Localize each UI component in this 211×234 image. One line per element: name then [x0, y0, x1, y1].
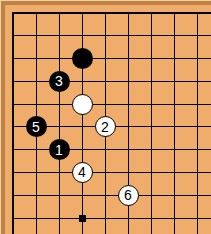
stone-white-D15[interactable] [72, 94, 93, 115]
grid-hline-5 [12, 104, 211, 105]
grid-hline-3 [12, 58, 211, 59]
grid-hline-8 [12, 172, 211, 173]
stone-white-D12-move-4[interactable]: 4 [72, 162, 93, 183]
stone-white-E14-move-2[interactable]: 2 [95, 116, 116, 137]
grid-vline-3 [59, 12, 60, 234]
board-frame-left-highlight [0, 0, 1, 234]
grid-hline-9 [12, 195, 211, 196]
board-frame-top-highlight [0, 0, 211, 1]
grid-hline-10 [12, 218, 211, 219]
grid-hline-4 [12, 81, 211, 82]
grid-hline-7 [12, 149, 211, 150]
grid-vline-8 [174, 12, 175, 234]
grid-vline-7 [151, 12, 152, 234]
grid-hline-1 [12, 12, 211, 14]
grid-vline-1 [12, 12, 14, 234]
go-board[interactable]: 325146 [0, 0, 211, 234]
stone-black-C16-move-3[interactable]: 3 [49, 71, 70, 92]
stone-black-B14-move-5[interactable]: 5 [26, 116, 47, 137]
grid-vline-9 [197, 12, 198, 234]
stone-black-D17[interactable] [72, 48, 93, 69]
grid-vline-4 [82, 12, 83, 234]
stone-white-F11-move-6[interactable]: 6 [118, 185, 139, 206]
stone-black-C13-move-1[interactable]: 1 [49, 139, 70, 160]
board-frame-left-wood [1, 1, 5, 234]
board-frame-top-wood [1, 1, 211, 5]
star-point-D10 [79, 215, 86, 222]
grid-hline-2 [12, 35, 211, 36]
